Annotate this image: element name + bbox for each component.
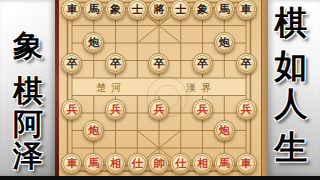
piece-red-兵[interactable]: 兵	[148, 99, 169, 120]
piece-character: 兵	[237, 100, 256, 119]
piece-red-馬[interactable]: 馬	[83, 153, 104, 174]
piece-black-卒[interactable]: 卒	[148, 53, 169, 74]
left-calligraphy-panel: 象 棋 阿 泽	[0, 0, 55, 176]
piece-red-兵[interactable]: 兵	[105, 99, 126, 120]
piece-black-馬[interactable]: 馬	[83, 0, 104, 20]
piece-black-象[interactable]: 象	[105, 0, 126, 20]
calligraphy-char-qi2: 棋	[270, 4, 312, 42]
piece-character: 象	[106, 0, 125, 19]
piece-character: 馬	[215, 0, 234, 19]
piece-character: 士	[171, 0, 190, 19]
piece-character: 卒	[106, 54, 125, 73]
piece-character: 卒	[62, 54, 81, 73]
piece-black-象[interactable]: 象	[192, 0, 213, 20]
piece-black-車[interactable]: 車	[236, 0, 257, 20]
calligraphy-char-sheng: 生	[270, 129, 312, 167]
piece-character: 馬	[84, 0, 103, 19]
calligraphy-char-xiang: 象	[10, 29, 46, 63]
piece-character: 相	[106, 154, 125, 173]
calligraphy-char-ru: 如	[270, 47, 312, 85]
piece-red-炮[interactable]: 炮	[214, 120, 235, 141]
piece-red-兵[interactable]: 兵	[192, 99, 213, 120]
piece-character: 仕	[128, 154, 147, 173]
piece-black-車[interactable]: 車	[61, 0, 82, 20]
piece-character: 馬	[84, 154, 103, 173]
piece-character: 炮	[215, 121, 234, 140]
piece-grid: 車馬象士將士象馬車炮炮卒卒卒卒卒兵兵兵兵兵炮炮車馬相仕帥仕相馬車	[61, 0, 257, 174]
piece-black-士[interactable]: 士	[170, 0, 191, 20]
piece-black-卒[interactable]: 卒	[105, 53, 126, 74]
calligraphy-char-ze: 泽	[10, 139, 46, 173]
piece-character: 兵	[149, 100, 168, 119]
piece-black-卒[interactable]: 卒	[192, 53, 213, 74]
piece-character: 相	[193, 154, 212, 173]
piece-character: 象	[193, 0, 212, 19]
piece-character: 卒	[237, 54, 256, 73]
piece-character: 卒	[149, 54, 168, 73]
piece-black-卒[interactable]: 卒	[61, 53, 82, 74]
piece-red-兵[interactable]: 兵	[236, 99, 257, 120]
piece-red-仕[interactable]: 仕	[170, 153, 191, 174]
piece-character: 炮	[215, 33, 234, 52]
piece-red-炮[interactable]: 炮	[83, 120, 104, 141]
piece-character: 將	[149, 0, 168, 19]
piece-character: 卒	[193, 54, 212, 73]
piece-character: 馬	[215, 154, 234, 173]
piece-red-車[interactable]: 車	[236, 153, 257, 174]
piece-character: 兵	[193, 100, 212, 119]
calligraphy-char-ren: 人	[270, 85, 312, 123]
piece-character: 車	[62, 154, 81, 173]
piece-character: 炮	[84, 33, 103, 52]
piece-red-相[interactable]: 相	[192, 153, 213, 174]
piece-red-車[interactable]: 車	[61, 153, 82, 174]
calligraphy-char-a: 阿	[10, 107, 46, 141]
piece-character: 炮	[84, 121, 103, 140]
piece-black-士[interactable]: 士	[127, 0, 148, 20]
piece-character: 車	[62, 0, 81, 19]
xiangqi-screenshot: 象 棋 阿 泽	[0, 0, 320, 180]
piece-black-炮[interactable]: 炮	[214, 32, 235, 53]
piece-character: 兵	[62, 100, 81, 119]
piece-red-相[interactable]: 相	[105, 153, 126, 174]
piece-red-仕[interactable]: 仕	[127, 153, 148, 174]
piece-character: 士	[128, 0, 147, 19]
piece-character: 兵	[106, 100, 125, 119]
piece-black-馬[interactable]: 馬	[214, 0, 235, 20]
right-calligraphy-panel: 棋 如 人 生	[268, 0, 320, 176]
piece-black-將[interactable]: 將	[148, 0, 169, 20]
xiangqi-board[interactable]: 楚河 漢界 車馬象士將士象馬車炮炮卒卒卒卒卒兵兵兵兵兵炮炮車馬相仕帥仕相馬車	[55, 0, 268, 176]
piece-red-帥[interactable]: 帥	[148, 153, 169, 174]
calligraphy-char-qi: 棋	[10, 74, 46, 108]
piece-character: 仕	[171, 154, 190, 173]
bottom-black-bar	[0, 176, 320, 180]
piece-red-兵[interactable]: 兵	[61, 99, 82, 120]
piece-black-炮[interactable]: 炮	[83, 32, 104, 53]
piece-black-卒[interactable]: 卒	[236, 53, 257, 74]
piece-red-馬[interactable]: 馬	[214, 153, 235, 174]
piece-character: 帥	[149, 154, 168, 173]
piece-character: 車	[237, 154, 256, 173]
piece-character: 車	[237, 0, 256, 19]
